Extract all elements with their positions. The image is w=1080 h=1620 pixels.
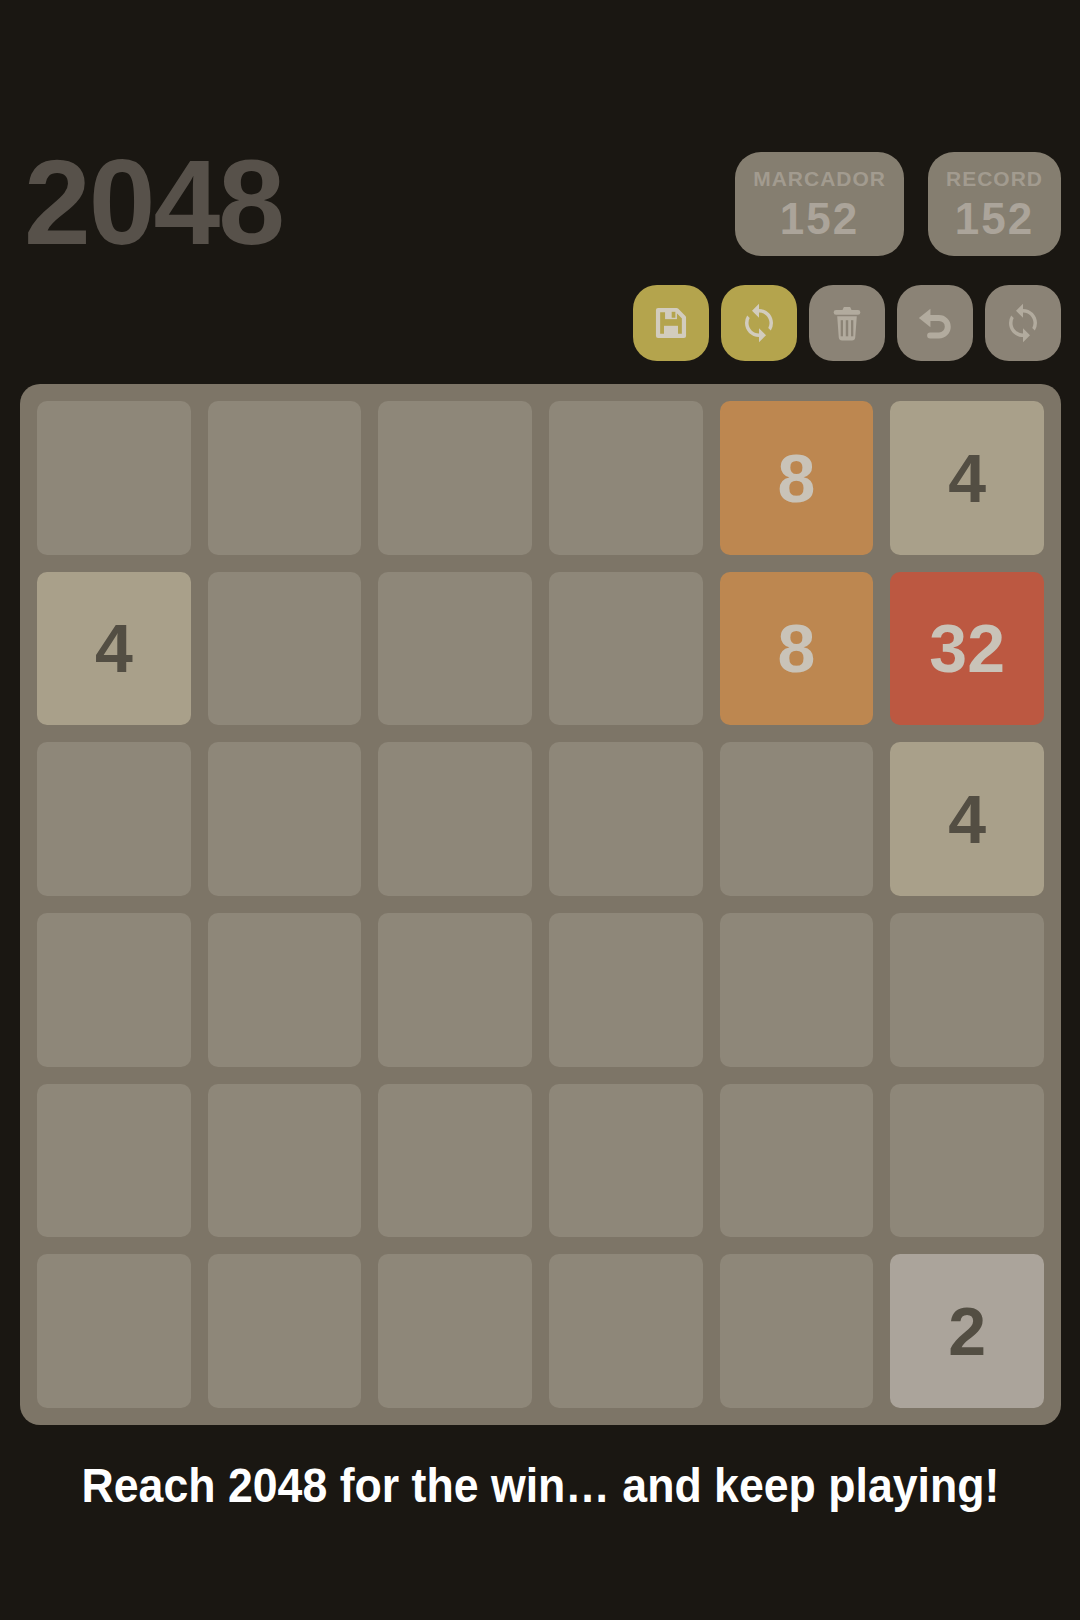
board-cell-empty	[378, 572, 532, 726]
score-value: 152	[753, 194, 886, 244]
save-button[interactable]	[633, 285, 709, 361]
board-cell-empty	[37, 401, 191, 555]
board-cell-empty	[549, 913, 703, 1067]
board-cell-empty	[378, 401, 532, 555]
delete-button[interactable]	[809, 285, 885, 361]
load-button[interactable]	[721, 285, 797, 361]
board-cell-empty	[208, 742, 362, 896]
board-cell-empty	[549, 1084, 703, 1238]
best-value: 152	[946, 194, 1043, 244]
tile-4: 4	[890, 401, 1044, 555]
board-cell-empty	[378, 913, 532, 1067]
board-cell-empty	[720, 742, 874, 896]
board-cell-empty	[720, 913, 874, 1067]
board-cell-empty	[208, 913, 362, 1067]
tile-4: 4	[890, 742, 1044, 896]
restart-icon	[1002, 302, 1044, 344]
footer: Reach 2048 for the win… and keep playing…	[0, 1458, 1080, 1513]
board-cell-empty	[37, 1084, 191, 1238]
board-cell-empty	[890, 913, 1044, 1067]
sync-icon	[738, 302, 780, 344]
tile-32: 32	[890, 572, 1044, 726]
board-cell-empty	[37, 1254, 191, 1408]
tile-2: 2	[890, 1254, 1044, 1408]
best-label: RECORD	[946, 167, 1043, 191]
board-cell-empty	[378, 742, 532, 896]
undo-arrow-icon	[914, 302, 956, 344]
board-cell-empty	[890, 1084, 1044, 1238]
trash-icon	[826, 302, 868, 344]
board-cell-empty	[720, 1254, 874, 1408]
board-cell-empty	[549, 742, 703, 896]
board-cell-empty	[378, 1084, 532, 1238]
restart-button[interactable]	[985, 285, 1061, 361]
floppy-disk-icon	[650, 302, 692, 344]
board-cell-empty	[208, 1254, 362, 1408]
undo-button[interactable]	[897, 285, 973, 361]
score-label: MARCADOR	[753, 167, 886, 191]
toolbar	[633, 285, 1061, 361]
score-box-best: RECORD 152	[928, 152, 1061, 256]
board-cell-empty	[549, 1254, 703, 1408]
tile-8: 8	[720, 572, 874, 726]
score-panel: MARCADOR 152 RECORD 152	[735, 152, 1061, 256]
board-cell-empty	[208, 1084, 362, 1238]
board-cell-empty	[549, 572, 703, 726]
footer-message: Reach 2048 for the win… and keep playing…	[81, 1458, 999, 1513]
board-cell-empty	[549, 401, 703, 555]
app-title: 2048	[24, 142, 283, 262]
tile-4: 4	[37, 572, 191, 726]
board-cell-empty	[208, 401, 362, 555]
tile-8: 8	[720, 401, 874, 555]
board-cell-empty	[37, 913, 191, 1067]
board-cell-empty	[208, 572, 362, 726]
score-box-current: MARCADOR 152	[735, 152, 904, 256]
board-cell-empty	[37, 742, 191, 896]
board-cell-empty	[720, 1084, 874, 1238]
board-cell-empty	[378, 1254, 532, 1408]
game-board[interactable]: 84483242	[20, 384, 1061, 1425]
